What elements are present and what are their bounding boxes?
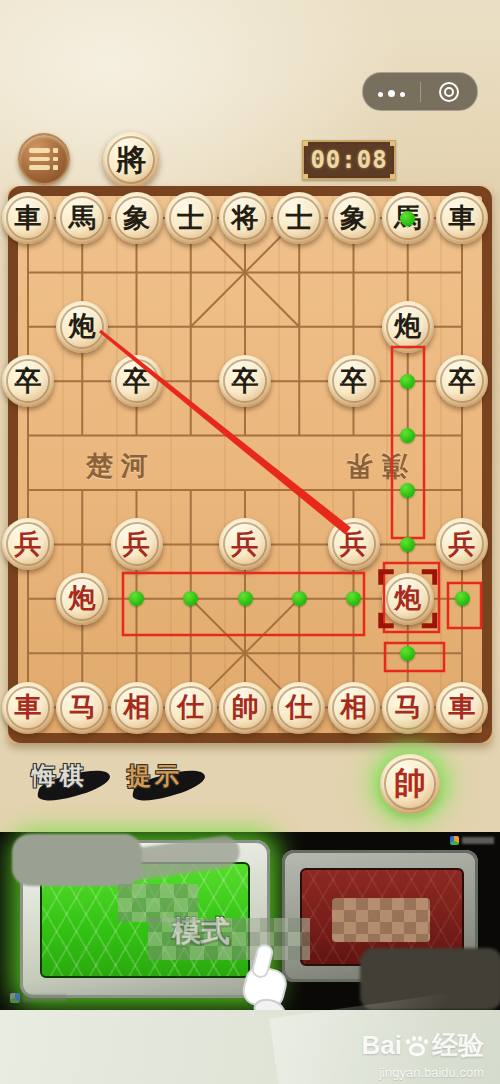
red-general-glyph: 帥	[394, 762, 426, 806]
piece-glyph: 車	[15, 205, 42, 232]
red-piece-仕[interactable]: 仕	[273, 682, 325, 734]
red-piece-马[interactable]: 马	[382, 682, 434, 734]
piece-glyph: 車	[449, 694, 476, 721]
watermark-logo-icon	[450, 836, 459, 845]
red-piece-相[interactable]: 相	[328, 682, 380, 734]
more-button[interactable]	[363, 73, 420, 110]
mosaic-patch	[118, 884, 198, 922]
piece-glyph: 車	[15, 694, 42, 721]
menu-icon	[29, 165, 68, 170]
piece-glyph: 馬	[69, 205, 96, 232]
piece-glyph: 炮	[394, 585, 421, 612]
piece-glyph: 马	[69, 694, 96, 721]
red-piece-炮[interactable]: 炮	[382, 573, 434, 625]
red-piece-車[interactable]: 車	[2, 682, 54, 734]
black-piece-馬[interactable]: 馬	[56, 192, 108, 244]
exit-button[interactable]	[421, 73, 478, 110]
board-grid	[8, 186, 492, 743]
legal-move-dot[interactable]	[238, 591, 253, 606]
undo-button[interactable]: 悔棋	[30, 758, 116, 808]
mosaic-patch	[332, 898, 430, 942]
legal-move-dot[interactable]	[455, 591, 470, 606]
piece-glyph: 卒	[340, 368, 367, 395]
baidu-paw-icon	[406, 1036, 428, 1056]
red-piece-兵[interactable]: 兵	[328, 518, 380, 570]
video-logo-icon	[10, 993, 20, 1003]
red-piece-马[interactable]: 马	[56, 682, 108, 734]
piece-glyph: 仕	[177, 694, 204, 721]
watermark-text-blur	[462, 837, 494, 844]
piece-glyph: 兵	[123, 531, 150, 558]
black-piece-卒[interactable]: 卒	[111, 355, 163, 407]
black-piece-車[interactable]: 車	[2, 192, 54, 244]
piece-glyph: 炮	[394, 313, 421, 340]
video-logo-watermark	[10, 992, 72, 1004]
piece-glyph: 相	[123, 694, 150, 721]
piece-glyph: 士	[286, 205, 313, 232]
baidu-jingyan-watermark: Bai 经验 jingyan.baidu.com	[362, 1028, 484, 1080]
black-piece-将[interactable]: 将	[219, 192, 271, 244]
river-label-chu: 楚河	[86, 448, 156, 484]
black-piece-士[interactable]: 士	[273, 192, 325, 244]
menu-icon	[29, 148, 68, 153]
piece-glyph: 仕	[286, 694, 313, 721]
footer-strip: Bai 经验 jingyan.baidu.com	[0, 1010, 500, 1084]
legal-move-dot[interactable]	[292, 591, 307, 606]
piece-glyph: 炮	[69, 585, 96, 612]
piece-glyph: 兵	[232, 531, 259, 558]
black-piece-士[interactable]: 士	[165, 192, 217, 244]
black-piece-車[interactable]: 車	[436, 192, 488, 244]
red-piece-車[interactable]: 車	[436, 682, 488, 734]
piece-glyph: 马	[394, 694, 421, 721]
xiangqi-board[interactable]: 楚河 漢界 車馬象士将士象馬車炮炮卒卒卒卒卒兵兵兵兵兵炮炮車马相仕帥仕相马車	[8, 186, 492, 743]
undo-label: 悔棋	[32, 760, 88, 792]
black-piece-炮[interactable]: 炮	[56, 301, 108, 353]
corner-watermark	[450, 834, 496, 846]
black-piece-卒[interactable]: 卒	[328, 355, 380, 407]
piece-glyph: 相	[340, 694, 367, 721]
piece-glyph: 象	[123, 205, 150, 232]
hint-label: 提示	[127, 760, 183, 792]
ellipsis-icon	[375, 83, 407, 101]
piece-glyph: 卒	[15, 368, 42, 395]
legal-move-dot[interactable]	[400, 374, 415, 389]
piece-glyph: 卒	[123, 368, 150, 395]
video-logo-text-blur	[23, 994, 67, 1002]
legal-move-dot[interactable]	[400, 211, 415, 226]
red-piece-兵[interactable]: 兵	[2, 518, 54, 570]
menu-button[interactable]	[18, 133, 70, 185]
black-general-glyph: 將	[116, 140, 146, 181]
move-timer: 00:08	[302, 140, 396, 180]
black-piece-卒[interactable]: 卒	[2, 355, 54, 407]
black-piece-象[interactable]: 象	[328, 192, 380, 244]
black-general-indicator[interactable]: 將	[103, 132, 159, 188]
black-piece-卒[interactable]: 卒	[436, 355, 488, 407]
piece-glyph: 兵	[340, 531, 367, 558]
piece-glyph: 卒	[449, 368, 476, 395]
red-piece-兵[interactable]: 兵	[219, 518, 271, 570]
piece-glyph: 将	[232, 205, 259, 232]
piece-glyph: 炮	[69, 313, 96, 340]
red-piece-仕[interactable]: 仕	[165, 682, 217, 734]
red-piece-帥[interactable]: 帥	[219, 682, 271, 734]
piece-glyph: 帥	[232, 694, 259, 721]
target-circle-icon	[439, 82, 459, 102]
hint-button[interactable]: 提示	[125, 758, 211, 808]
video-banner: 模式	[0, 832, 500, 1010]
brand-text-right: 经验	[432, 1028, 484, 1063]
red-general-turn-indicator[interactable]: 帥	[380, 754, 440, 814]
piece-glyph: 兵	[449, 531, 476, 558]
red-piece-相[interactable]: 相	[111, 682, 163, 734]
red-piece-兵[interactable]: 兵	[111, 518, 163, 570]
miniprogram-capsule	[362, 72, 478, 111]
menu-icon	[29, 157, 68, 162]
piece-glyph: 象	[340, 205, 367, 232]
black-piece-卒[interactable]: 卒	[219, 355, 271, 407]
black-piece-炮[interactable]: 炮	[382, 301, 434, 353]
red-piece-炮[interactable]: 炮	[56, 573, 108, 625]
piece-glyph: 兵	[15, 531, 42, 558]
piece-glyph: 士	[177, 205, 204, 232]
piece-glyph: 卒	[232, 368, 259, 395]
app-screen: 將 00:08 楚河 漢界 車馬象士将士象馬車炮炮卒卒卒卒卒兵兵兵兵兵炮炮車马相…	[0, 0, 500, 1084]
river-label-han: 漢界	[338, 448, 408, 484]
piece-glyph: 車	[449, 205, 476, 232]
black-piece-象[interactable]: 象	[111, 192, 163, 244]
red-piece-兵[interactable]: 兵	[436, 518, 488, 570]
brand-text-left: Bai	[362, 1030, 402, 1061]
legal-move-dot[interactable]	[400, 483, 415, 498]
watermark-url: jingyan.baidu.com	[362, 1065, 484, 1080]
timer-value: 00:08	[310, 146, 387, 174]
legal-move-dot[interactable]	[400, 646, 415, 661]
